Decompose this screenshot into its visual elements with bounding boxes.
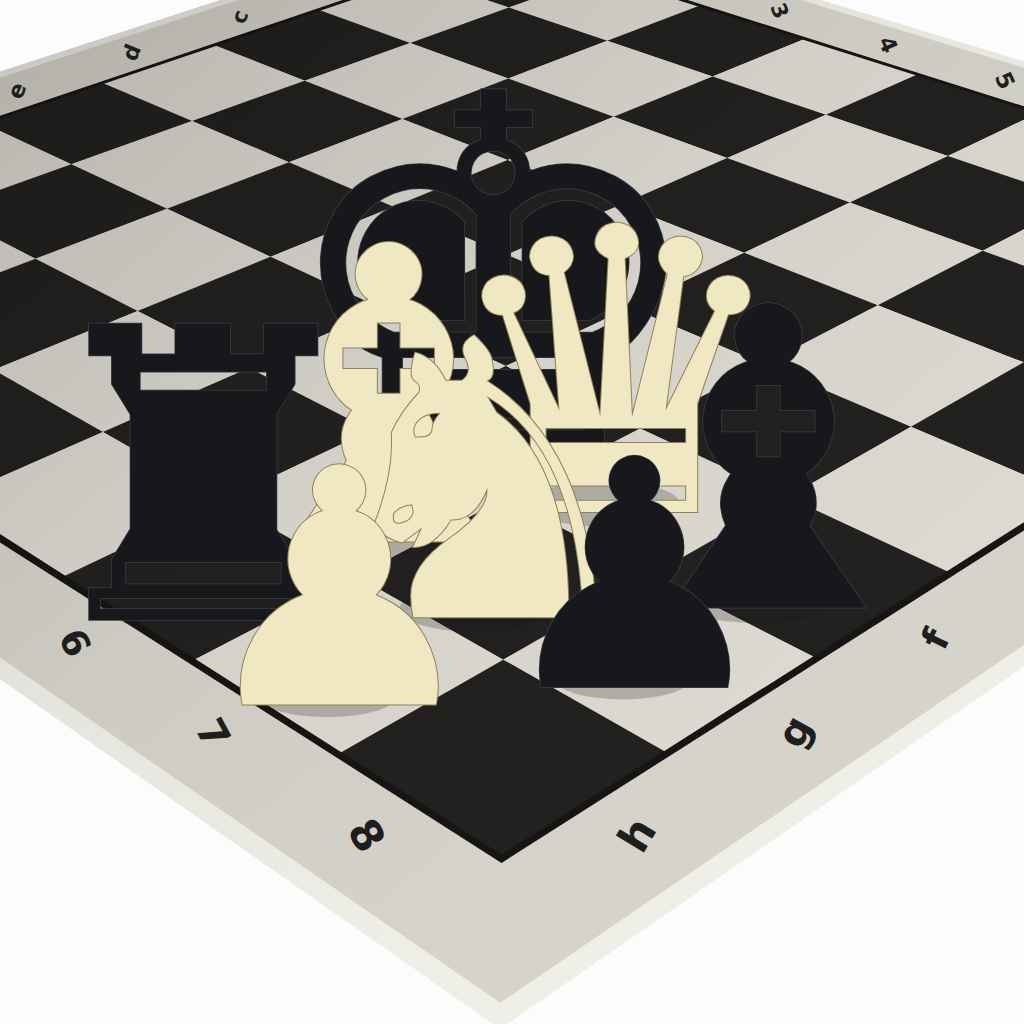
board-canvas: 2b3c4d5e6f7g8h♚♛♝♝♞♜♟♟ (0, 0, 1024, 1024)
piece-white-pawn-h7: ♟ (192, 399, 487, 782)
chessboard-photo: 2b3c4d5e6f7g8h♚♛♝♝♞♜♟♟ (0, 0, 1024, 1024)
piece-black-pawn-g8: ♟ (493, 393, 777, 762)
